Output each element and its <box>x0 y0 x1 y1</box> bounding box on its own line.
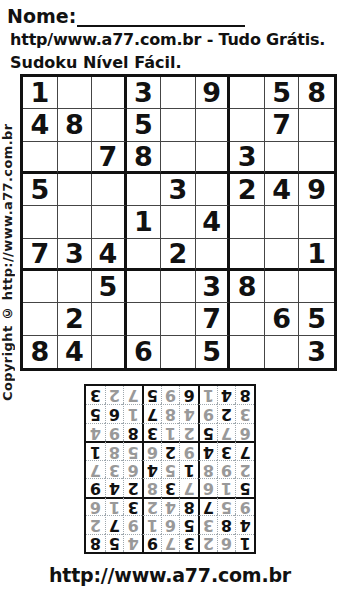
solution-cell-r7c3: 5 <box>198 423 217 441</box>
cell-r6c9: 1 <box>299 239 334 271</box>
solution-cell-r5c8: 3 <box>105 460 124 478</box>
solution-cell-r6c7: 5 <box>123 441 142 459</box>
cell-r7c9[interactable] <box>299 271 334 303</box>
puzzle-title: Sudoku Nível Fácil. <box>10 53 182 72</box>
cell-r4c8: 4 <box>265 174 300 206</box>
cell-r8c9: 5 <box>299 303 334 335</box>
solution-cell-r8c8: 6 <box>105 404 124 422</box>
solution-cell-r8c9: 5 <box>86 404 105 422</box>
cell-r6c5: 2 <box>161 239 196 271</box>
solution-cell-r4c6: 8 <box>142 478 161 496</box>
cell-r5c4: 1 <box>127 206 162 238</box>
cell-r6c6[interactable] <box>196 239 231 271</box>
cell-r1c2[interactable] <box>58 77 93 109</box>
cell-r5c1[interactable] <box>23 206 58 238</box>
cell-r6c4[interactable] <box>127 239 162 271</box>
cell-r3c2[interactable] <box>58 142 93 174</box>
solution-cell-r5c9: 7 <box>86 460 105 478</box>
solution-cell-r8c4: 4 <box>179 404 198 422</box>
cell-r2c9[interactable] <box>299 109 334 141</box>
solution-cell-r6c1: 7 <box>235 441 254 459</box>
solution-cell-r4c1: 5 <box>235 478 254 496</box>
sudoku-grid: 139584857783532491473421538276584653 <box>20 74 337 371</box>
cell-r9c3[interactable] <box>92 336 127 368</box>
solution-cell-r8c6: 7 <box>142 404 161 422</box>
cell-r4c3[interactable] <box>92 174 127 206</box>
solution-cell-r9c9: 3 <box>86 386 105 404</box>
solution-cell-r6c3: 4 <box>198 441 217 459</box>
solution-cell-r4c5: 3 <box>161 478 180 496</box>
cell-r9c5[interactable] <box>161 336 196 368</box>
cell-r8c5[interactable] <box>161 303 196 335</box>
solution-cell-r1c9: 8 <box>86 534 105 552</box>
solution-cell-r1c1: 1 <box>235 534 254 552</box>
cell-r8c1[interactable] <box>23 303 58 335</box>
cell-r3c6[interactable] <box>196 142 231 174</box>
solution-cell-r3c3: 7 <box>198 497 217 515</box>
cell-r7c1[interactable] <box>23 271 58 303</box>
solution-cell-r9c1: 8 <box>235 386 254 404</box>
cell-r9c8[interactable] <box>265 336 300 368</box>
solution-cell-r7c9: 4 <box>86 423 105 441</box>
cell-r5c5[interactable] <box>161 206 196 238</box>
solution-cell-r7c5: 1 <box>161 423 180 441</box>
solution-cell-r5c2: 9 <box>217 460 236 478</box>
solution-cell-r8c3: 9 <box>198 404 217 422</box>
solution-cell-r1c2: 6 <box>217 534 236 552</box>
solution-cell-r9c6: 5 <box>142 386 161 404</box>
solution-cell-r8c5: 8 <box>161 404 180 422</box>
solution-cell-r9c4: 6 <box>179 386 198 404</box>
cell-r5c3[interactable] <box>92 206 127 238</box>
solution-cell-r3c9: 6 <box>86 497 105 515</box>
cell-r4c9: 9 <box>299 174 334 206</box>
solution-cell-r2c5: 6 <box>161 515 180 533</box>
solution-cell-r6c8: 8 <box>105 441 124 459</box>
solution-cell-r4c4: 7 <box>179 478 198 496</box>
cell-r3c8[interactable] <box>265 142 300 174</box>
solution-cell-r2c4: 5 <box>179 515 198 533</box>
cell-r2c2: 8 <box>58 109 93 141</box>
solution-cell-r9c8: 2 <box>105 386 124 404</box>
solution-cell-r1c5: 7 <box>161 534 180 552</box>
solution-cell-r6c5: 2 <box>161 441 180 459</box>
solution-cell-r9c7: 7 <box>123 386 142 404</box>
cell-r2c7[interactable] <box>230 109 265 141</box>
solution-cell-r1c6: 9 <box>142 534 161 552</box>
cell-r9c9: 3 <box>299 336 334 368</box>
solution-cell-r6c4: 9 <box>179 441 198 459</box>
solution-cell-r8c1: 3 <box>235 404 254 422</box>
cell-r3c9[interactable] <box>299 142 334 174</box>
cell-r9c7[interactable] <box>230 336 265 368</box>
solution-cell-r4c3: 6 <box>198 478 217 496</box>
cell-r2c6[interactable] <box>196 109 231 141</box>
cell-r7c5[interactable] <box>161 271 196 303</box>
solution-cell-r4c7: 2 <box>123 478 142 496</box>
cell-r9c6: 5 <box>196 336 231 368</box>
solution-cell-r3c1: 9 <box>235 497 254 515</box>
solution-cell-r3c4: 8 <box>179 497 198 515</box>
name-underline[interactable] <box>77 6 245 27</box>
solution-cell-r4c8: 4 <box>105 478 124 496</box>
solution-cell-r3c7: 3 <box>123 497 142 515</box>
copyright-vertical-text: Copyright © http://www.a77.com.br <box>0 88 16 436</box>
solution-cell-r2c2: 8 <box>217 515 236 533</box>
cell-r5c8[interactable] <box>265 206 300 238</box>
cell-r3c3: 7 <box>92 142 127 174</box>
cell-r4c5: 3 <box>161 174 196 206</box>
solution-cell-r2c8: 7 <box>105 515 124 533</box>
cell-r2c8: 7 <box>265 109 300 141</box>
cell-r8c2: 2 <box>58 303 93 335</box>
solution-cell-r5c3: 8 <box>198 460 217 478</box>
cell-r6c7[interactable] <box>230 239 265 271</box>
cell-r8c3[interactable] <box>92 303 127 335</box>
cell-r2c1: 4 <box>23 109 58 141</box>
solution-cell-r9c2: 4 <box>217 386 236 404</box>
name-label: Nome: <box>7 5 76 27</box>
solution-cell-r2c9: 2 <box>86 515 105 533</box>
solution-cell-r1c7: 4 <box>123 534 142 552</box>
sudoku-sheet: Nome: http/www.a77.com.br - Tudo Grátis.… <box>0 0 340 596</box>
solution-cell-r2c7: 9 <box>123 515 142 533</box>
solution-cell-r6c9: 1 <box>86 441 105 459</box>
cell-r7c8[interactable] <box>265 271 300 303</box>
cell-r5c2[interactable] <box>58 206 93 238</box>
solution-cell-r2c3: 3 <box>198 515 217 533</box>
solution-cell-r5c6: 4 <box>142 460 161 478</box>
cell-r3c4: 8 <box>127 142 162 174</box>
cell-r1c4: 3 <box>127 77 162 109</box>
cell-r3c1[interactable] <box>23 142 58 174</box>
cell-r5c7[interactable] <box>230 206 265 238</box>
cell-r1c9: 8 <box>299 77 334 109</box>
cell-r4c1: 5 <box>23 174 58 206</box>
cell-r4c6[interactable] <box>196 174 231 206</box>
cell-r1c6: 9 <box>196 77 231 109</box>
cell-r7c3: 5 <box>92 271 127 303</box>
solution-cell-r1c8: 5 <box>105 534 124 552</box>
solution-cell-r8c2: 2 <box>217 404 236 422</box>
solution-cell-r9c3: 1 <box>198 386 217 404</box>
solution-cell-r7c2: 7 <box>217 423 236 441</box>
solution-cell-r4c2: 1 <box>217 478 236 496</box>
solution-cell-r3c6: 2 <box>142 497 161 515</box>
solution-grid-upside-down: 1623794584835619729578423165167382492981… <box>84 384 256 554</box>
solution-cell-r3c8: 1 <box>105 497 124 515</box>
cell-r7c7: 8 <box>230 271 265 303</box>
cell-r2c4: 5 <box>127 109 162 141</box>
solution-cell-r6c6: 6 <box>142 441 161 459</box>
solution-cell-r4c9: 9 <box>86 478 105 496</box>
solution-cell-r5c4: 1 <box>179 460 198 478</box>
solution-cell-r5c1: 2 <box>235 460 254 478</box>
solution-cell-r1c3: 2 <box>198 534 217 552</box>
cell-r8c6: 7 <box>196 303 231 335</box>
cell-r9c1: 8 <box>23 336 58 368</box>
footer-url: http://www.a77.com.br <box>0 564 340 586</box>
solution-cell-r2c6: 1 <box>142 515 161 533</box>
cell-r6c3: 4 <box>92 239 127 271</box>
cell-r6c8[interactable] <box>265 239 300 271</box>
solution-cell-r5c7: 6 <box>123 460 142 478</box>
solution-cell-r7c8: 9 <box>105 423 124 441</box>
cell-r1c5[interactable] <box>161 77 196 109</box>
cell-r6c1: 7 <box>23 239 58 271</box>
cell-r1c8: 5 <box>265 77 300 109</box>
cell-r2c3[interactable] <box>92 109 127 141</box>
cell-r9c4: 6 <box>127 336 162 368</box>
solution-cell-r8c7: 1 <box>123 404 142 422</box>
name-row: Nome: <box>7 5 245 27</box>
cell-r4c7: 2 <box>230 174 265 206</box>
solution-cell-r7c1: 6 <box>235 423 254 441</box>
cell-r4c2[interactable] <box>58 174 93 206</box>
solution-cell-r3c2: 5 <box>217 497 236 515</box>
cell-r6c2: 3 <box>58 239 93 271</box>
cell-r7c6: 3 <box>196 271 231 303</box>
cell-r4c4[interactable] <box>127 174 162 206</box>
cell-r7c2[interactable] <box>58 271 93 303</box>
cell-r1c7[interactable] <box>230 77 265 109</box>
cell-r8c8: 6 <box>265 303 300 335</box>
cell-r1c3[interactable] <box>92 77 127 109</box>
solution-cell-r7c7: 8 <box>123 423 142 441</box>
solution-cell-r9c5: 9 <box>161 386 180 404</box>
site-header: http/www.a77.com.br - Tudo Grátis. <box>10 30 325 49</box>
cell-r7c4[interactable] <box>127 271 162 303</box>
solution-cell-r6c2: 3 <box>217 441 236 459</box>
cell-r2c5[interactable] <box>161 109 196 141</box>
solution-cell-r5c5: 5 <box>161 460 180 478</box>
cell-r3c5[interactable] <box>161 142 196 174</box>
cell-r9c2: 4 <box>58 336 93 368</box>
solution-cell-r1c4: 3 <box>179 534 198 552</box>
cell-r5c6: 4 <box>196 206 231 238</box>
cell-r5c9[interactable] <box>299 206 334 238</box>
cell-r3c7: 3 <box>230 142 265 174</box>
solution-cell-r3c5: 4 <box>161 497 180 515</box>
solution-cell-r7c4: 2 <box>179 423 198 441</box>
cell-r8c7[interactable] <box>230 303 265 335</box>
cell-r1c1: 1 <box>23 77 58 109</box>
cell-r8c4[interactable] <box>127 303 162 335</box>
solution-cell-r2c1: 4 <box>235 515 254 533</box>
solution-cell-r7c6: 3 <box>142 423 161 441</box>
